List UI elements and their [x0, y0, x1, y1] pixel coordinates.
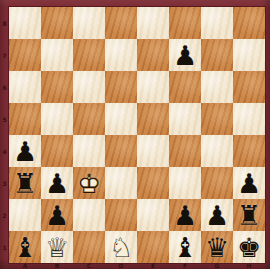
square-e3[interactable]	[137, 167, 169, 199]
square-f6[interactable]	[169, 71, 201, 103]
pawn-glyph: ♟	[169, 199, 201, 231]
square-d2[interactable]	[105, 199, 137, 231]
square-f5[interactable]	[169, 103, 201, 135]
file-label-d: D	[105, 262, 137, 269]
square-a2[interactable]	[9, 199, 41, 231]
square-c1[interactable]	[73, 231, 105, 263]
square-g1[interactable]: ♛	[201, 231, 233, 263]
black-pawn-piece[interactable]: ♟	[169, 39, 201, 71]
square-h4[interactable]	[233, 135, 265, 167]
square-c7[interactable]	[73, 39, 105, 71]
square-d8[interactable]	[105, 7, 137, 39]
square-b5[interactable]	[41, 103, 73, 135]
square-h8[interactable]	[233, 7, 265, 39]
pawn-glyph: ♟	[41, 167, 73, 199]
square-g8[interactable]	[201, 7, 233, 39]
square-a5[interactable]	[9, 103, 41, 135]
square-d1[interactable]: ♞♘	[105, 231, 137, 263]
queen-glyph: ♛	[201, 231, 233, 263]
square-d5[interactable]	[105, 103, 137, 135]
file-label-g: G	[201, 262, 233, 269]
bishop-glyph: ♝	[169, 231, 201, 263]
pawn-glyph: ♟	[9, 135, 41, 167]
square-b1[interactable]: ♛♕	[41, 231, 73, 263]
square-h2[interactable]: ♜	[233, 199, 265, 231]
king-glyph-outline: ♔	[73, 167, 105, 199]
square-g6[interactable]	[201, 71, 233, 103]
square-f1[interactable]: ♝	[169, 231, 201, 263]
rank-label-8: 8	[0, 7, 9, 39]
rank-label-7: 7	[0, 39, 9, 71]
bishop-glyph: ♝	[9, 231, 41, 263]
file-label-f: F	[169, 262, 201, 269]
black-queen-piece[interactable]: ♛	[201, 231, 233, 263]
square-f8[interactable]	[169, 7, 201, 39]
square-c8[interactable]	[73, 7, 105, 39]
black-pawn-piece[interactable]: ♟	[41, 199, 73, 231]
pawn-glyph: ♟	[41, 199, 73, 231]
square-h5[interactable]	[233, 103, 265, 135]
square-a7[interactable]	[9, 39, 41, 71]
black-pawn-piece[interactable]: ♟	[9, 135, 41, 167]
square-a6[interactable]	[9, 71, 41, 103]
square-h3[interactable]: ♟	[233, 167, 265, 199]
queen-glyph-outline: ♕	[41, 231, 73, 263]
square-e7[interactable]	[137, 39, 169, 71]
square-c3[interactable]: ♚♔	[73, 167, 105, 199]
file-label-h: H	[233, 262, 265, 269]
square-d3[interactable]	[105, 167, 137, 199]
square-c6[interactable]	[73, 71, 105, 103]
pawn-glyph: ♟	[233, 167, 265, 199]
square-h6[interactable]	[233, 71, 265, 103]
square-a3[interactable]: ♜	[9, 167, 41, 199]
black-rook-piece[interactable]: ♜	[9, 167, 41, 199]
square-c2[interactable]	[73, 199, 105, 231]
square-d7[interactable]	[105, 39, 137, 71]
square-b8[interactable]	[41, 7, 73, 39]
square-f4[interactable]	[169, 135, 201, 167]
rook-glyph: ♜	[9, 167, 41, 199]
square-c5[interactable]	[73, 103, 105, 135]
square-g5[interactable]	[201, 103, 233, 135]
rank-label-2: 2	[0, 199, 9, 231]
pawn-glyph: ♟	[169, 39, 201, 71]
rank-label-5: 5	[0, 103, 9, 135]
square-h7[interactable]	[233, 39, 265, 71]
white-queen-piece[interactable]: ♛♕	[41, 231, 73, 263]
square-b2[interactable]: ♟	[41, 199, 73, 231]
square-g3[interactable]	[201, 167, 233, 199]
square-e4[interactable]	[137, 135, 169, 167]
square-g2[interactable]: ♟	[201, 199, 233, 231]
square-e6[interactable]	[137, 71, 169, 103]
pawn-glyph: ♟	[201, 199, 233, 231]
rank-label-6: 6	[0, 71, 9, 103]
square-f3[interactable]	[169, 167, 201, 199]
chessboard-frame: ♟♟♜♟♚♔♟♟♟♟♜♝♛♕♞♘♝♛♚ 87654321 ABCDEFGH	[0, 0, 270, 269]
square-b7[interactable]	[41, 39, 73, 71]
black-pawn-piece[interactable]: ♟	[169, 199, 201, 231]
square-h1[interactable]: ♚	[233, 231, 265, 263]
file-label-c: C	[73, 262, 105, 269]
black-king-piece[interactable]: ♚	[233, 231, 265, 263]
black-pawn-piece[interactable]: ♟	[41, 167, 73, 199]
rank-label-3: 3	[0, 167, 9, 199]
black-rook-piece[interactable]: ♜	[233, 199, 265, 231]
chessboard: ♟♟♜♟♚♔♟♟♟♟♜♝♛♕♞♘♝♛♚	[9, 7, 265, 263]
file-label-b: B	[41, 262, 73, 269]
rook-glyph: ♜	[233, 199, 265, 231]
square-e2[interactable]	[137, 199, 169, 231]
square-b6[interactable]	[41, 71, 73, 103]
black-pawn-piece[interactable]: ♟	[233, 167, 265, 199]
rank-label-4: 4	[0, 135, 9, 167]
square-e5[interactable]	[137, 103, 169, 135]
file-label-a: A	[9, 262, 41, 269]
square-f2[interactable]: ♟	[169, 199, 201, 231]
black-bishop-piece[interactable]: ♝	[169, 231, 201, 263]
square-g4[interactable]	[201, 135, 233, 167]
white-knight-piece[interactable]: ♞♘	[105, 231, 137, 263]
square-f7[interactable]: ♟	[169, 39, 201, 71]
white-king-piece[interactable]: ♚♔	[73, 167, 105, 199]
square-e8[interactable]	[137, 7, 169, 39]
square-g7[interactable]	[201, 39, 233, 71]
square-b4[interactable]	[41, 135, 73, 167]
king-glyph: ♚	[233, 231, 265, 263]
square-c4[interactable]	[73, 135, 105, 167]
black-pawn-piece[interactable]: ♟	[201, 199, 233, 231]
knight-glyph-outline: ♘	[105, 231, 137, 263]
square-e1[interactable]	[137, 231, 169, 263]
rank-label-1: 1	[0, 231, 9, 263]
file-label-e: E	[137, 262, 169, 269]
black-bishop-piece[interactable]: ♝	[9, 231, 41, 263]
square-d6[interactable]	[105, 71, 137, 103]
square-a4[interactable]: ♟	[9, 135, 41, 167]
square-d4[interactable]	[105, 135, 137, 167]
square-b3[interactable]: ♟	[41, 167, 73, 199]
square-a1[interactable]: ♝	[9, 231, 41, 263]
square-a8[interactable]	[9, 7, 41, 39]
